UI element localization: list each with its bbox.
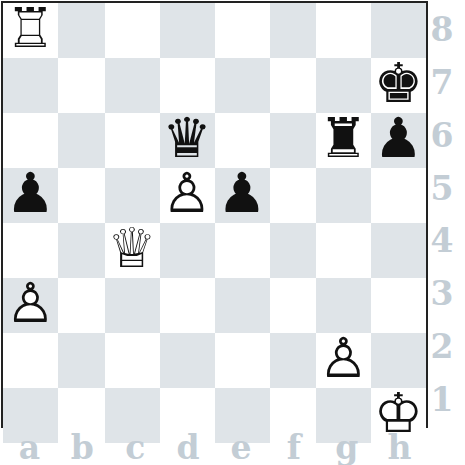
pawn-glyph: ♟ — [3, 166, 58, 221]
rank-label-5: 5 — [426, 162, 458, 215]
square-c7 — [105, 58, 160, 113]
square-d5: ♟♙ — [160, 168, 215, 223]
square-h2 — [371, 333, 426, 388]
square-c3 — [105, 278, 160, 333]
square-a5: ♟ — [3, 168, 58, 223]
square-d6: ♛ — [160, 113, 215, 168]
pawn-outline: ♙ — [316, 331, 371, 386]
square-e4 — [215, 223, 270, 278]
square-f7 — [270, 58, 317, 113]
square-g6: ♜ — [316, 113, 371, 168]
pawn-outline: ♙ — [160, 166, 215, 221]
square-d7 — [160, 58, 215, 113]
pawn-glyph: ♟ — [215, 166, 270, 221]
square-b7 — [58, 58, 105, 113]
pawn-outline: ♙ — [3, 276, 58, 331]
square-c6 — [105, 113, 160, 168]
rank-labels: 87654321 — [426, 3, 458, 426]
file-label-e: e — [215, 428, 268, 465]
square-f6 — [270, 113, 317, 168]
square-e7 — [215, 58, 270, 113]
square-h3 — [371, 278, 426, 333]
rank-label-8: 8 — [426, 3, 458, 56]
square-f3 — [270, 278, 317, 333]
square-h4 — [371, 223, 426, 278]
square-h6: ♟ — [371, 113, 426, 168]
square-e6 — [215, 113, 270, 168]
rank-label-4: 4 — [426, 215, 458, 268]
square-a2 — [3, 333, 58, 388]
queen-glyph: ♛ — [160, 111, 215, 166]
file-label-b: b — [56, 428, 109, 465]
square-e8 — [215, 3, 270, 58]
file-label-a: a — [3, 428, 56, 465]
black-queen-piece: ♛ — [160, 111, 215, 166]
file-label-c: c — [109, 428, 162, 465]
black-king-piece: ♚ — [371, 56, 426, 111]
black-pawn-piece: ♟ — [3, 166, 58, 221]
square-b3 — [58, 278, 105, 333]
square-d3 — [160, 278, 215, 333]
square-g7 — [316, 58, 371, 113]
square-a3: ♟♙ — [3, 278, 58, 333]
file-label-d: d — [162, 428, 215, 465]
square-d8 — [160, 3, 215, 58]
square-f8 — [270, 3, 317, 58]
square-b6 — [58, 113, 105, 168]
square-c2 — [105, 333, 160, 388]
square-c5 — [105, 168, 160, 223]
square-g2: ♟♙ — [316, 333, 371, 388]
square-a6 — [3, 113, 58, 168]
square-g5 — [316, 168, 371, 223]
white-pawn-piece: ♟♙ — [160, 166, 215, 221]
black-pawn-piece: ♟ — [215, 166, 270, 221]
square-e5: ♟ — [215, 168, 270, 223]
white-rook-piece: ♜♖ — [3, 1, 58, 56]
rook-outline: ♖ — [3, 1, 58, 56]
square-b8 — [58, 3, 105, 58]
square-b5 — [58, 168, 105, 223]
white-queen-piece: ♛♕ — [105, 221, 160, 276]
rank-label-6: 6 — [426, 109, 458, 162]
square-b2 — [58, 333, 105, 388]
square-d4 — [160, 223, 215, 278]
square-d2 — [160, 333, 215, 388]
square-g8 — [316, 3, 371, 58]
file-label-h: h — [373, 428, 426, 465]
king-glyph: ♚ — [371, 56, 426, 111]
square-c4: ♛♕ — [105, 223, 160, 278]
square-e3 — [215, 278, 270, 333]
white-pawn-piece: ♟♙ — [3, 276, 58, 331]
white-pawn-piece: ♟♙ — [316, 331, 371, 386]
chess-board: ♜♖♚♛♜♟♟♟♙♟♛♕♟♙♟♙♚♔ — [1, 1, 428, 428]
rank-label-7: 7 — [426, 56, 458, 109]
square-f2 — [270, 333, 317, 388]
queen-outline: ♕ — [105, 221, 160, 276]
square-g4 — [316, 223, 371, 278]
file-label-g: g — [320, 428, 373, 465]
rank-label-1: 1 — [426, 373, 458, 426]
black-rook-piece: ♜ — [316, 111, 371, 166]
square-a8: ♜♖ — [3, 3, 58, 58]
square-f5 — [270, 168, 317, 223]
square-a7 — [3, 58, 58, 113]
square-h8 — [371, 3, 426, 58]
file-label-f: f — [267, 428, 320, 465]
square-b4 — [58, 223, 105, 278]
square-c8 — [105, 3, 160, 58]
black-pawn-piece: ♟ — [371, 111, 426, 166]
square-h5 — [371, 168, 426, 223]
square-e2 — [215, 333, 270, 388]
pawn-glyph: ♟ — [371, 111, 426, 166]
rank-label-3: 3 — [426, 267, 458, 320]
square-h7: ♚ — [371, 58, 426, 113]
chess-diagram: ♜♖♚♛♜♟♟♟♙♟♛♕♟♙♟♙♚♔ abcdefgh 87654321 — [0, 0, 465, 465]
rook-glyph: ♜ — [316, 111, 371, 166]
rank-label-2: 2 — [426, 320, 458, 373]
file-labels: abcdefgh — [3, 428, 426, 463]
square-a4 — [3, 223, 58, 278]
square-f4 — [270, 223, 317, 278]
square-g3 — [316, 278, 371, 333]
